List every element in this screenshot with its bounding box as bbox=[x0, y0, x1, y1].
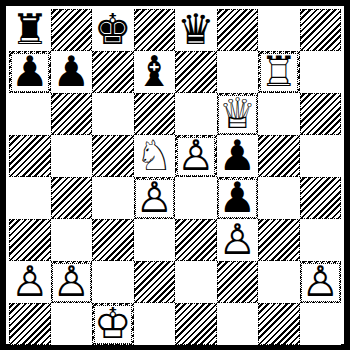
square-g5[interactable] bbox=[258, 135, 300, 177]
square-h4[interactable] bbox=[300, 177, 342, 219]
square-b6[interactable] bbox=[51, 93, 93, 135]
square-g3[interactable] bbox=[258, 219, 300, 261]
square-e6[interactable] bbox=[175, 93, 217, 135]
square-e3[interactable] bbox=[175, 219, 217, 261]
square-h3[interactable] bbox=[300, 219, 342, 261]
square-f7[interactable] bbox=[217, 51, 259, 93]
square-h5[interactable] bbox=[300, 135, 342, 177]
square-g4[interactable] bbox=[258, 177, 300, 219]
white-pawn-e5: ♙ bbox=[177, 135, 215, 177]
black-pawn-a7: ♟ bbox=[11, 51, 49, 93]
square-b5[interactable] bbox=[51, 135, 93, 177]
white-queen-f6: ♕ bbox=[218, 93, 256, 135]
square-c5[interactable] bbox=[92, 135, 134, 177]
square-d4[interactable]: ♙ bbox=[134, 177, 176, 219]
square-a4[interactable] bbox=[9, 177, 51, 219]
square-a8[interactable]: ♜ bbox=[9, 9, 51, 51]
square-b7[interactable]: ♟ bbox=[51, 51, 93, 93]
black-king-c8: ♚ bbox=[94, 9, 132, 51]
square-c7[interactable] bbox=[92, 51, 134, 93]
square-b2[interactable]: ♙ bbox=[51, 261, 93, 303]
square-b4[interactable] bbox=[51, 177, 93, 219]
square-b8[interactable] bbox=[51, 9, 93, 51]
square-e8[interactable]: ♛ bbox=[175, 9, 217, 51]
square-f6[interactable]: ♕ bbox=[217, 93, 259, 135]
black-pawn-f5: ♟ bbox=[218, 135, 256, 177]
square-g8[interactable] bbox=[258, 9, 300, 51]
square-d6[interactable] bbox=[134, 93, 176, 135]
white-pawn-b2: ♙ bbox=[52, 261, 90, 303]
square-a1[interactable] bbox=[9, 303, 51, 345]
square-e4[interactable] bbox=[175, 177, 217, 219]
square-g1[interactable] bbox=[258, 303, 300, 345]
square-e2[interactable] bbox=[175, 261, 217, 303]
square-e1[interactable] bbox=[175, 303, 217, 345]
square-d5[interactable]: ♘ bbox=[134, 135, 176, 177]
square-f8[interactable] bbox=[217, 9, 259, 51]
square-d1[interactable] bbox=[134, 303, 176, 345]
square-e7[interactable] bbox=[175, 51, 217, 93]
white-pawn-d4: ♙ bbox=[135, 177, 173, 219]
square-f5[interactable]: ♟ bbox=[217, 135, 259, 177]
square-d3[interactable] bbox=[134, 219, 176, 261]
square-f1[interactable] bbox=[217, 303, 259, 345]
square-e5[interactable]: ♙ bbox=[175, 135, 217, 177]
white-pawn-f3: ♙ bbox=[218, 219, 256, 261]
square-d2[interactable] bbox=[134, 261, 176, 303]
black-pawn-b7: ♟ bbox=[52, 51, 90, 93]
square-c8[interactable]: ♚ bbox=[92, 9, 134, 51]
square-c2[interactable] bbox=[92, 261, 134, 303]
square-h2[interactable]: ♙ bbox=[300, 261, 342, 303]
square-g7[interactable]: ♖ bbox=[258, 51, 300, 93]
square-c6[interactable] bbox=[92, 93, 134, 135]
square-h6[interactable] bbox=[300, 93, 342, 135]
square-a7[interactable]: ♟ bbox=[9, 51, 51, 93]
white-rook-g7: ♖ bbox=[260, 51, 298, 93]
square-g6[interactable] bbox=[258, 93, 300, 135]
square-f2[interactable] bbox=[217, 261, 259, 303]
black-rook-a8: ♜ bbox=[11, 9, 49, 51]
chess-board: ♜♚♛♟♟♝♖♕♘♙♟♙♟♙♙♙♙♔ bbox=[9, 9, 341, 341]
black-bishop-d7: ♝ bbox=[135, 51, 173, 93]
square-c4[interactable] bbox=[92, 177, 134, 219]
square-f3[interactable]: ♙ bbox=[217, 219, 259, 261]
square-f4[interactable]: ♟ bbox=[217, 177, 259, 219]
square-h8[interactable] bbox=[300, 9, 342, 51]
square-b1[interactable] bbox=[51, 303, 93, 345]
board-frame: ♜♚♛♟♟♝♖♕♘♙♟♙♟♙♙♙♙♔ bbox=[0, 0, 350, 350]
white-king-c1: ♔ bbox=[94, 303, 132, 345]
black-queen-e8: ♛ bbox=[177, 9, 215, 51]
white-pawn-a2: ♙ bbox=[11, 261, 49, 303]
square-g2[interactable] bbox=[258, 261, 300, 303]
square-h7[interactable] bbox=[300, 51, 342, 93]
square-h1[interactable] bbox=[300, 303, 342, 345]
square-c3[interactable] bbox=[92, 219, 134, 261]
white-knight-d5: ♘ bbox=[135, 135, 173, 177]
chess-diagram: ♜♚♛♟♟♝♖♕♘♙♟♙♟♙♙♙♙♔ bbox=[0, 0, 350, 350]
square-d7[interactable]: ♝ bbox=[134, 51, 176, 93]
square-a2[interactable]: ♙ bbox=[9, 261, 51, 303]
square-d8[interactable] bbox=[134, 9, 176, 51]
square-a5[interactable] bbox=[9, 135, 51, 177]
square-a6[interactable] bbox=[9, 93, 51, 135]
square-b3[interactable] bbox=[51, 219, 93, 261]
white-pawn-h2: ♙ bbox=[301, 261, 339, 303]
black-pawn-f4: ♟ bbox=[218, 177, 256, 219]
square-a3[interactable] bbox=[9, 219, 51, 261]
square-c1[interactable]: ♔ bbox=[92, 303, 134, 345]
